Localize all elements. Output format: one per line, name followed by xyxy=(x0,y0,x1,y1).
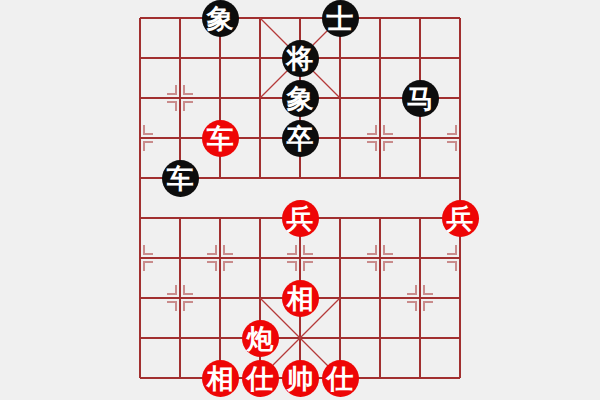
piece-black-soldier[interactable]: 卒 xyxy=(282,120,319,157)
piece-black-advisor[interactable]: 士 xyxy=(322,0,359,37)
piece-red-advisor[interactable]: 仕 xyxy=(322,360,359,397)
piece-black-chariot[interactable]: 车 xyxy=(162,160,199,197)
piece-red-general[interactable]: 帅 xyxy=(282,360,319,397)
piece-black-horse[interactable]: 马 xyxy=(402,80,439,117)
piece-red-chariot[interactable]: 车 xyxy=(202,120,239,157)
xiangqi-screen: 象士将象马车卒车兵兵相炮相仕帅仕 xyxy=(0,0,600,400)
piece-red-elephant[interactable]: 相 xyxy=(282,280,319,317)
piece-black-general[interactable]: 将 xyxy=(282,40,319,77)
board[interactable]: 象士将象马车卒车兵兵相炮相仕帅仕 xyxy=(0,0,600,400)
piece-black-elephant[interactable]: 象 xyxy=(202,0,239,37)
piece-red-advisor[interactable]: 仕 xyxy=(242,360,279,397)
piece-red-soldier[interactable]: 兵 xyxy=(442,200,479,237)
piece-black-elephant[interactable]: 象 xyxy=(282,80,319,117)
piece-red-cannon[interactable]: 炮 xyxy=(242,320,279,357)
piece-red-elephant[interactable]: 相 xyxy=(202,360,239,397)
piece-red-soldier[interactable]: 兵 xyxy=(282,200,319,237)
